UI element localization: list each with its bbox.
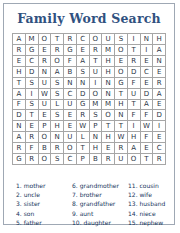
word-list: 1. mother2. uncle3. sister4. son5. fathe… [4,181,174,227]
grid-cell[interactable]: G [115,78,128,89]
grid-cell[interactable]: H [51,121,64,132]
grid-cell[interactable]: S [51,78,64,89]
grid-cell[interactable]: U [115,154,128,165]
grid-cell[interactable]: D [26,67,39,78]
grid-cell[interactable]: O [51,56,64,67]
word-list-item: 12. wife [128,190,165,199]
grid-cell[interactable]: D [153,110,166,121]
grid-cell[interactable]: S [26,78,39,89]
grid-cell[interactable]: F [26,143,39,154]
grid-cell[interactable]: A [51,67,64,78]
grid-cell[interactable]: R [102,154,115,165]
grid-cell[interactable]: E [26,121,39,132]
grid-cell[interactable]: O [128,154,141,165]
grid-cell[interactable]: O [115,67,128,78]
grid-cell[interactable]: E [153,132,166,143]
grid-cell[interactable]: E [39,45,52,56]
grid-cell[interactable]: E [39,110,52,121]
grid-cell[interactable]: A [13,132,26,143]
grid-cell[interactable]: R [51,143,64,154]
grid-cell[interactable]: T [77,143,90,154]
grid-cell[interactable]: F [141,132,154,143]
grid-cell[interactable]: U [39,78,52,89]
grid-cell[interactable]: D [77,89,90,100]
grid-cell[interactable]: N [90,132,103,143]
grid-cell[interactable]: U [39,100,52,111]
word-list-item: 4. son [16,209,72,218]
word-list-item: 8. grandfather [72,199,128,208]
grid-cell[interactable]: W [115,132,128,143]
grid-cell[interactable]: A [77,56,90,67]
grid-cell[interactable]: R [64,34,77,45]
grid-cell[interactable]: R [115,143,128,154]
grid-cell[interactable]: E [64,121,77,132]
grid-cell[interactable]: A [153,45,166,56]
grid-cell[interactable]: I [128,34,141,45]
grid-cell[interactable]: R [13,45,26,56]
word-list-item: 3. sister [16,199,72,208]
grid-cell[interactable]: P [77,154,90,165]
grid-cell[interactable]: R [13,143,26,154]
grid-cell[interactable]: L [51,100,64,111]
grid-cell[interactable]: H [128,132,141,143]
word-list-item: 15. nephew [128,218,165,227]
grid-cell[interactable]: H [13,67,26,78]
grid-cell[interactable]: O [64,143,77,154]
grid-cell[interactable]: F [13,100,26,111]
grid-cell[interactable]: S [115,34,128,45]
grid-cell[interactable]: N [115,110,128,121]
grid-cell[interactable]: M [90,100,103,111]
grid-cell[interactable]: S [90,110,103,121]
grid-cell[interactable]: E [64,110,77,121]
grid-cell[interactable]: S [26,100,39,111]
grid-cell[interactable]: T [90,56,103,67]
word-list-column: 1. mother2. uncle3. sister4. son5. fathe… [16,181,72,227]
grid-cell[interactable]: C [64,154,77,165]
grid-cell[interactable]: E [77,45,90,56]
grid-cell[interactable]: R [153,154,166,165]
grid-cell[interactable]: O [39,154,52,165]
grid-cell[interactable]: H [153,34,166,45]
grid-cell[interactable]: W [39,89,52,100]
grid-cell[interactable]: P [39,121,52,132]
grid-cell[interactable]: R [77,110,90,121]
grid-cell[interactable]: H [102,132,115,143]
grid-cell[interactable]: P [90,121,103,132]
grid-cell[interactable]: L [77,132,90,143]
grid-cell[interactable]: R [90,45,103,56]
grid-cell[interactable]: H [102,67,115,78]
grid-cell[interactable]: M [102,45,115,56]
grid-cell[interactable]: U [128,89,141,100]
grid-cell[interactable]: U [102,34,115,45]
grid-cell[interactable]: T [128,45,141,56]
grid-cell[interactable]: H [102,56,115,67]
grid-cell[interactable]: U [90,67,103,78]
word-list-item: 10. daughter [72,218,128,227]
grid-cell[interactable]: E [141,143,154,154]
grid-cell[interactable]: C [141,67,154,78]
grid-cell[interactable]: N [102,78,115,89]
grid-cell[interactable]: I [128,121,141,132]
grid-cell[interactable]: C [153,143,166,154]
grid-cell[interactable]: N [77,78,90,89]
grid-cell[interactable]: G [13,154,26,165]
grid-cell[interactable]: N [39,67,52,78]
grid-cell[interactable]: R [128,56,141,67]
grid-cell[interactable]: O [39,34,52,45]
grid-cell[interactable]: A [128,143,141,154]
grid-cell[interactable]: S [51,154,64,165]
puzzle-title: Family Word Search [4,11,174,27]
grid-cell[interactable]: S [51,110,64,121]
grid-cell[interactable]: E [141,56,154,67]
grid-cell[interactable]: D [13,110,26,121]
word-list-column: 6. grandmother7. brother8. grandfather9.… [72,181,128,227]
grid-cell[interactable]: O [102,110,115,121]
grid-cell[interactable]: O [90,89,103,100]
grid-cell[interactable]: R [26,154,39,165]
word-list-item: 5. father [16,218,72,227]
word-list-item: 14. niece [128,209,165,218]
grid-cell[interactable]: U [64,132,77,143]
grid-cell[interactable]: T [26,110,39,121]
grid-cell[interactable]: T [141,154,154,165]
grid-cell[interactable]: I [90,78,103,89]
grid-cell[interactable]: M [102,100,115,111]
grid-cell[interactable]: N [51,132,64,143]
grid-cell[interactable]: B [39,143,52,154]
grid-cell[interactable]: G [77,100,90,111]
grid-cell[interactable]: F [141,110,154,121]
grid-cell[interactable]: T [102,121,115,132]
word-list-column: 11. cousin12. wife13. husband14. niece15… [128,181,165,227]
grid-cell[interactable]: S [51,89,64,100]
grid-cell[interactable]: I [141,45,154,56]
grid-cell[interactable]: D [141,89,154,100]
grid-cell[interactable]: O [39,132,52,143]
grid-cell[interactable]: E [153,67,166,78]
grid-cell[interactable]: D [128,67,141,78]
grid-cell[interactable]: N [153,56,166,67]
grid-cell[interactable]: T [115,121,128,132]
grid-cell[interactable]: W [141,121,154,132]
grid-cell[interactable]: N [64,78,77,89]
puzzle-frame: Family Word Search AMOTRCOUSINHRGERGERMO… [3,3,175,225]
grid-cell[interactable]: T [128,100,141,111]
grid-cell[interactable]: T [51,34,64,45]
grid-cell[interactable]: B [90,154,103,165]
word-list-item: 9. aunt [72,209,128,218]
grid-cell[interactable]: N [102,89,115,100]
grid-cell[interactable]: I [153,121,166,132]
grid-cell[interactable]: H [115,100,128,111]
grid-cell[interactable]: T [13,78,26,89]
grid-cell[interactable]: F [128,110,141,121]
grid-cell[interactable]: U [64,100,77,111]
grid-cell[interactable]: I [26,89,39,100]
grid-cell[interactable]: E [141,78,154,89]
grid-cell[interactable]: R [39,56,52,67]
grid-cell[interactable]: N [13,121,26,132]
grid-cell[interactable]: W [77,121,90,132]
grid-cell[interactable]: G [26,45,39,56]
grid-cell[interactable]: A [141,100,154,111]
grid-cell[interactable]: C [64,89,77,100]
grid-cell[interactable]: F [128,78,141,89]
grid-cell[interactable]: E [115,56,128,67]
word-list-item: 2. uncle [16,190,72,199]
grid-cell[interactable]: A [153,89,166,100]
grid-cell[interactable]: C [77,34,90,45]
word-list-item: 7. brother [72,190,128,199]
grid-cell[interactable]: B [64,67,77,78]
grid-cell[interactable]: H [90,143,103,154]
grid-cell[interactable]: F [64,56,77,67]
grid-cell[interactable]: O [115,45,128,56]
word-list-item: 6. grandmother [72,181,128,190]
grid-cell[interactable]: C [26,56,39,67]
grid-cell[interactable]: E [102,143,115,154]
word-list-item: 13. husband [128,199,165,208]
grid-cell[interactable]: A [13,34,26,45]
grid-cell[interactable]: S [77,67,90,78]
grid-cell[interactable]: E [13,56,26,67]
letter-grid: AMOTRCOUSINHRGERGERMOTIAECROFATHERENHDNA… [12,33,166,165]
grid-cell[interactable]: E [153,100,166,111]
grid-cell[interactable]: R [153,78,166,89]
grid-cell[interactable]: R [51,45,64,56]
word-list-item: 1. mother [16,181,72,190]
grid-cell[interactable]: N [141,34,154,45]
grid-cell[interactable]: A [13,89,26,100]
grid-cell[interactable]: G [64,45,77,56]
grid-cell[interactable]: R [26,132,39,143]
grid-cell[interactable]: T [115,89,128,100]
grid-cell[interactable]: O [90,34,103,45]
grid-cell[interactable]: M [26,34,39,45]
word-list-item: 11. cousin [128,181,165,190]
